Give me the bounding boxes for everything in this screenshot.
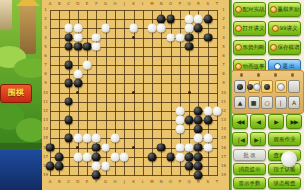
coord-letter-bottom: G xyxy=(104,180,107,184)
black-stone xyxy=(203,116,212,125)
coord-number-left: 11 xyxy=(43,100,48,104)
nav-button-2[interactable]: 打开讲义 xyxy=(233,21,266,36)
coord-number-left: 17 xyxy=(43,155,48,159)
coord-letter-bottom: C xyxy=(67,180,70,184)
coord-number-left: 7 xyxy=(44,63,47,67)
white-stone xyxy=(101,161,110,170)
black-white-stones-tool-button[interactable] xyxy=(248,80,260,93)
black-stone xyxy=(73,79,82,88)
coord-letter-top: T xyxy=(216,2,218,6)
white-stone xyxy=(92,134,101,143)
white-stone-icon xyxy=(277,83,285,91)
coord-letter-bottom: A xyxy=(49,180,52,184)
black-stone xyxy=(64,61,73,70)
black-stone xyxy=(83,42,92,51)
black-stone xyxy=(185,161,194,170)
black-stone xyxy=(194,143,203,152)
button-icon xyxy=(235,25,242,32)
tower-art xyxy=(20,2,36,54)
view-homework-button[interactable]: 观看作业 xyxy=(268,132,301,146)
nav-button-grid: 配对实战赢棋奖励打开讲义99讲义形势判断保存棋谱动画故事退 出 xyxy=(233,2,301,74)
nav-button-label: 99讲义 xyxy=(280,25,298,32)
coord-letter-top: Q xyxy=(188,2,191,6)
black-stone xyxy=(92,143,101,152)
black-stone xyxy=(157,15,166,24)
tray-hook xyxy=(257,73,260,77)
black-stone xyxy=(194,171,203,180)
coord-letter-top: L xyxy=(142,2,144,6)
white-stone xyxy=(157,24,166,33)
black-stone xyxy=(46,143,55,152)
black-stone xyxy=(203,33,212,42)
white-stone xyxy=(175,143,184,152)
black-stone xyxy=(166,152,175,161)
black-stone xyxy=(64,97,73,106)
white-stone xyxy=(92,42,101,51)
white-stone xyxy=(185,143,194,152)
button-icon xyxy=(235,63,242,70)
white-stone xyxy=(175,116,184,125)
coord-letter-top: A xyxy=(49,2,52,6)
coord-letter-top: B xyxy=(58,2,61,6)
coord-letter-top: F xyxy=(95,2,97,6)
black-stone xyxy=(203,15,212,24)
coord-number-left: 6 xyxy=(44,54,47,58)
black-stone-icon xyxy=(264,84,270,90)
white-stone-icon xyxy=(253,83,261,91)
black-stone xyxy=(55,152,64,161)
white-stone xyxy=(73,33,82,42)
app-window: 围棋 AABBCCDDEEFFGGHHJJKKLLMMNNOOPPQQRRSST… xyxy=(0,0,304,190)
coord-letter-top: H xyxy=(113,2,116,6)
white-stone-indicator xyxy=(281,151,297,167)
white-stone xyxy=(73,24,82,33)
coord-number-right: 7 xyxy=(222,63,225,67)
button-label: 显示手数 xyxy=(239,180,261,187)
coord-number-left: 9 xyxy=(44,81,47,85)
coord-number-right: 4 xyxy=(222,36,225,40)
stone-tool-row xyxy=(234,80,300,93)
white-stone xyxy=(175,125,184,134)
button-icon xyxy=(272,25,279,32)
tray-hook xyxy=(240,73,243,77)
coord-letter-top: G xyxy=(104,2,107,6)
coord-number-left: 1 xyxy=(44,8,47,12)
button-label: 投子认输 xyxy=(274,166,296,173)
coord-letter-bottom: F xyxy=(95,180,97,184)
coord-number-right: 11 xyxy=(221,100,226,104)
white-stone xyxy=(73,70,82,79)
nav-button-label: 保存棋谱 xyxy=(278,44,300,51)
coord-letter-bottom: D xyxy=(76,180,79,184)
white-stone xyxy=(73,134,82,143)
star-point xyxy=(76,91,79,94)
fast-forward-button[interactable]: ▶▶ xyxy=(286,114,302,129)
coord-number-left: 4 xyxy=(44,36,47,40)
star-point xyxy=(132,91,135,94)
white-stone-tool-button[interactable] xyxy=(275,80,287,93)
coord-number-right: 18 xyxy=(221,164,226,168)
nav-button-label: 形势判断 xyxy=(243,44,265,51)
black-stone xyxy=(194,116,203,125)
coord-number-right: 19 xyxy=(221,173,226,177)
coord-letter-top: J xyxy=(124,2,125,6)
fast-rewind-button[interactable]: ◀◀ xyxy=(232,114,248,129)
black-stone xyxy=(148,152,157,161)
coord-number-right: 8 xyxy=(222,72,225,76)
coord-number-right: 15 xyxy=(221,136,226,140)
white-stone xyxy=(203,134,212,143)
coord-number-left: 15 xyxy=(43,136,48,140)
coord-letter-bottom: E xyxy=(86,180,89,184)
button-label: 状态检查 xyxy=(274,180,296,187)
app-logo: 围棋 xyxy=(0,84,32,103)
coord-letter-bottom: T xyxy=(216,180,218,184)
black-stone xyxy=(194,106,203,115)
show-move-numbers-button[interactable]: 显示手数 xyxy=(233,177,266,189)
coord-letter-bottom: B xyxy=(58,180,61,184)
coord-number-right: 6 xyxy=(222,54,225,58)
black-stone xyxy=(46,161,55,170)
nav-button-label: 退 出 xyxy=(282,63,295,70)
foliage-art xyxy=(16,118,42,142)
black-stone xyxy=(194,24,203,33)
black-stone xyxy=(157,143,166,152)
black-stone xyxy=(166,15,175,24)
nav-button-5[interactable]: 保存棋谱 xyxy=(268,40,301,55)
white-stone xyxy=(83,152,92,161)
coord-number-right: 2 xyxy=(222,17,225,21)
coord-number-left: 8 xyxy=(44,72,47,76)
coord-number-left: 3 xyxy=(44,26,47,30)
wall-art xyxy=(0,0,12,30)
coord-letter-bottom: M xyxy=(150,180,153,184)
white-stone xyxy=(64,24,73,33)
review-grade-button[interactable]: 批 改 xyxy=(233,149,266,161)
button-label: 批 改 xyxy=(243,152,256,159)
annotation-tool-0[interactable]: ▲ xyxy=(234,96,246,109)
coord-letter-top: R xyxy=(197,2,200,6)
black-stone xyxy=(185,152,194,161)
jump-start-button[interactable]: ❘◀ xyxy=(232,132,248,146)
white-stone xyxy=(111,134,120,143)
coord-letter-bottom: H xyxy=(113,180,116,184)
coord-letter-top: S xyxy=(206,2,209,6)
coord-number-left: 19 xyxy=(43,173,48,177)
white-stone xyxy=(166,33,175,42)
coord-number-right: 16 xyxy=(221,146,226,150)
sidebar-art: 围棋 xyxy=(0,0,42,190)
coord-number-left: 2 xyxy=(44,17,47,21)
go-board[interactable]: AABBCCDDEEFFGGHHJJKKLLMMNNOOPPQQRRSSTT11… xyxy=(42,0,229,190)
black-stone xyxy=(185,116,194,125)
tray-hook xyxy=(274,73,277,77)
coord-number-right: 12 xyxy=(221,109,226,113)
white-stone xyxy=(148,24,157,33)
black-stone xyxy=(64,134,73,143)
coord-number-left: 14 xyxy=(43,127,48,131)
black-stone xyxy=(194,161,203,170)
nav-button-4[interactable]: 形势判断 xyxy=(233,40,266,55)
coord-number-right: 1 xyxy=(222,8,225,12)
white-stone xyxy=(83,61,92,70)
star-point xyxy=(188,91,191,94)
black-stone xyxy=(73,42,82,51)
control-panel: 配对实战赢棋奖励打开讲义99讲义形势判断保存棋谱动画故事退 出 ▲■○❘A ◀◀… xyxy=(229,0,304,190)
white-stone xyxy=(83,134,92,143)
black-stone-tool-button[interactable] xyxy=(234,80,246,93)
message-alert-button[interactable]: 消息提示 xyxy=(233,163,266,175)
white-stone xyxy=(194,15,203,24)
white-stone xyxy=(111,152,120,161)
button-icon xyxy=(270,6,277,13)
empty-tool-button[interactable] xyxy=(288,80,300,93)
star-point xyxy=(132,36,135,39)
black-stone xyxy=(92,171,101,180)
white-stone xyxy=(101,24,110,33)
coord-letter-top: D xyxy=(76,2,79,6)
status-check-button[interactable]: 状态检查 xyxy=(268,177,301,189)
coord-number-right: 13 xyxy=(221,118,226,122)
step-back-button[interactable]: ◀ xyxy=(250,114,266,129)
white-stone xyxy=(92,161,101,170)
nav-button-label: 动画故事 xyxy=(243,63,265,70)
black-stone-tool-button[interactable] xyxy=(261,80,273,93)
coord-letter-top: P xyxy=(179,2,181,6)
black-stone xyxy=(92,152,101,161)
coord-letter-bottom: Q xyxy=(188,180,191,184)
coord-number-right: 10 xyxy=(221,91,226,95)
jump-end-button[interactable]: ▶❘ xyxy=(250,132,266,146)
white-stone xyxy=(213,106,222,115)
white-stone xyxy=(101,143,110,152)
nav-button-label: 打开讲义 xyxy=(243,25,265,32)
white-stone xyxy=(203,143,212,152)
black-stone xyxy=(185,33,194,42)
white-stone xyxy=(185,24,194,33)
foliage-art xyxy=(14,58,42,78)
nav-button-3[interactable]: 99讲义 xyxy=(268,21,301,36)
annotation-tool-row: ▲■○❘A xyxy=(234,96,300,109)
coord-letter-bottom: K xyxy=(132,180,135,184)
black-stone xyxy=(55,161,64,170)
star-point xyxy=(132,146,135,149)
black-stone-icon xyxy=(247,84,253,90)
coord-number-right: 14 xyxy=(221,127,226,131)
black-stone xyxy=(64,79,73,88)
nav-button-1[interactable]: 赢棋奖励 xyxy=(268,2,301,17)
black-stone xyxy=(194,125,203,134)
coord-number-right: 5 xyxy=(222,45,225,49)
black-stone xyxy=(64,116,73,125)
coord-number-right: 3 xyxy=(222,26,225,30)
coord-letter-bottom: N xyxy=(160,180,163,184)
coord-number-left: 12 xyxy=(43,109,48,113)
annotation-tool-1[interactable]: ■ xyxy=(248,96,260,109)
coord-letter-top: E xyxy=(86,2,89,6)
white-stone xyxy=(175,106,184,115)
annotation-tool-4[interactable]: A xyxy=(288,96,300,109)
nav-button-label: 赢棋奖励 xyxy=(278,6,300,13)
coord-letter-top: K xyxy=(132,2,135,6)
nav-button-label: 配对实战 xyxy=(243,6,265,13)
coord-number-left: 10 xyxy=(43,91,48,95)
white-stone xyxy=(73,152,82,161)
coord-letter-bottom: R xyxy=(197,180,200,184)
button-label: 消息提示 xyxy=(239,166,261,173)
button-icon xyxy=(235,6,242,13)
white-stone xyxy=(129,24,138,33)
coord-letter-bottom: J xyxy=(124,180,125,184)
coord-letter-bottom: S xyxy=(206,180,209,184)
media-controls: ◀◀◀▶▶▶ xyxy=(232,114,302,129)
tray-hook xyxy=(291,73,294,77)
coord-letter-top: M xyxy=(150,2,153,6)
white-stone xyxy=(203,106,212,115)
coord-number-left: 13 xyxy=(43,118,48,122)
black-stone-icon xyxy=(237,84,243,90)
black-stone xyxy=(185,42,194,51)
annotation-tool-3[interactable]: ❘ xyxy=(275,96,287,109)
white-stone xyxy=(92,33,101,42)
coord-number-right: 17 xyxy=(221,155,226,159)
button-icon xyxy=(235,44,242,51)
white-stone xyxy=(120,152,129,161)
coord-letter-bottom: P xyxy=(179,180,181,184)
jump-controls: ❘◀▶❘观看作业 xyxy=(232,132,301,146)
black-stone xyxy=(194,152,203,161)
coord-letter-bottom: O xyxy=(169,180,172,184)
coord-letter-top: N xyxy=(160,2,163,6)
star-point xyxy=(76,146,79,149)
coord-number-right: 9 xyxy=(222,81,225,85)
button-icon xyxy=(274,63,281,70)
coord-letter-bottom: L xyxy=(142,180,144,184)
coord-number-left: 5 xyxy=(44,45,47,49)
tool-tray: ▲■○❘A xyxy=(231,70,304,114)
white-stone xyxy=(185,15,194,24)
button-icon xyxy=(270,44,277,51)
coord-letter-top: O xyxy=(169,2,172,6)
black-stone xyxy=(64,42,73,51)
white-stone xyxy=(175,152,184,161)
white-stone xyxy=(194,134,203,143)
water-art xyxy=(0,150,42,190)
step-forward-button[interactable]: ▶ xyxy=(268,114,284,129)
coord-letter-top: C xyxy=(67,2,70,6)
white-stone xyxy=(175,33,184,42)
nav-button-0[interactable]: 配对实战 xyxy=(233,2,266,17)
black-stone xyxy=(64,33,73,42)
annotation-tool-2[interactable]: ○ xyxy=(261,96,273,109)
